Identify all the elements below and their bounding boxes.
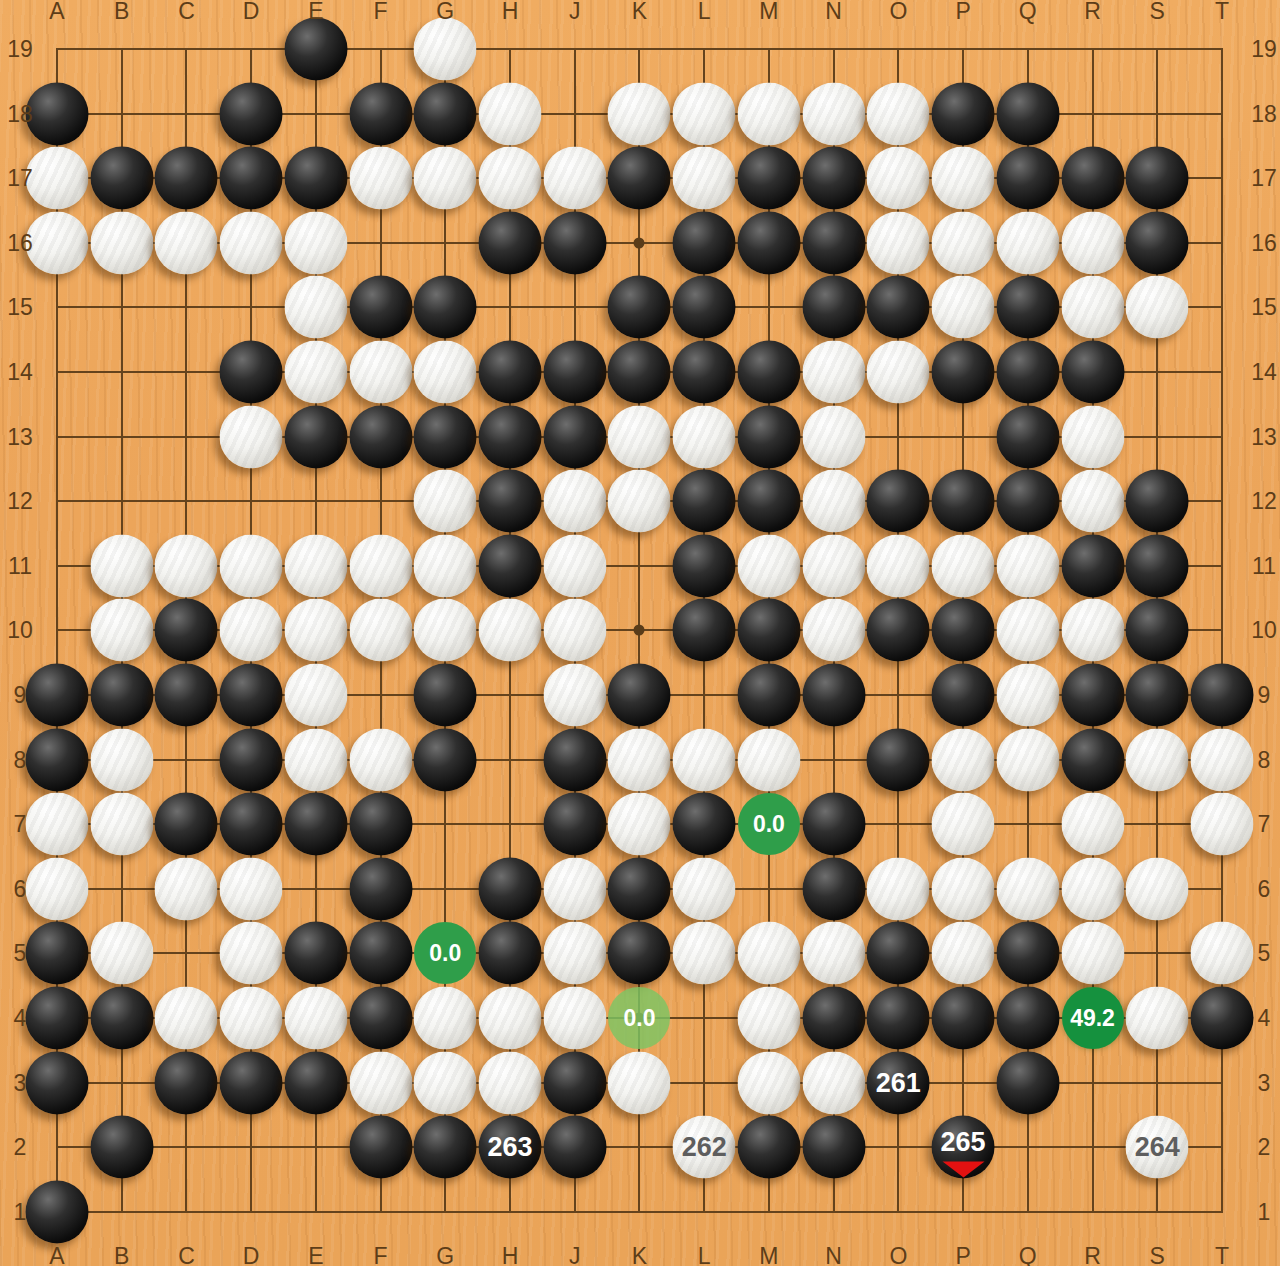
stone-H11 [479,534,542,597]
move-number-262: 262 [682,1134,727,1161]
stone-E13 [284,405,347,468]
right-row-label-5: 5 [1258,940,1271,967]
stone-M11 [737,534,800,597]
right-row-label-13: 13 [1251,423,1277,450]
stone-N11 [802,534,865,597]
stone-T4 [1190,987,1253,1050]
star-point [634,237,645,248]
stone-L5 [673,922,736,985]
stone-Q10 [996,599,1059,662]
top-col-label-C: C [178,0,195,25]
right-row-label-9: 9 [1258,682,1271,709]
stone-E19 [284,18,347,81]
right-row-label-17: 17 [1251,165,1277,192]
stone-R11 [1061,534,1124,597]
stone-L16 [673,211,736,274]
star-point [634,625,645,636]
stone-G4 [414,987,477,1050]
right-row-label-1: 1 [1258,1198,1271,1225]
stone-T7 [1190,793,1253,856]
stone-B4 [90,987,153,1050]
stone-H5 [479,922,542,985]
stone-E7 [284,793,347,856]
stone-E10 [284,599,347,662]
stone-A5 [26,922,89,985]
stone-O5 [867,922,930,985]
stone-E14 [284,341,347,404]
stone-T8 [1190,728,1253,791]
stone-F8 [349,728,412,791]
stone-P17 [932,147,995,210]
stone-F14 [349,341,412,404]
stone-N4 [802,987,865,1050]
stone-O6 [867,857,930,920]
stone-O3: 261 [867,1051,930,1114]
stone-J6 [543,857,606,920]
top-col-label-J: J [569,0,581,25]
stone-R7 [1061,793,1124,856]
stone-K13 [608,405,671,468]
board-grid-line [56,1146,1223,1148]
stone-P9 [932,664,995,727]
move-number-264: 264 [1135,1134,1180,1161]
right-row-label-4: 4 [1258,1005,1271,1032]
stone-A16 [26,211,89,274]
stone-F15 [349,276,412,339]
stone-H4 [479,987,542,1050]
stone-C3 [155,1051,218,1114]
stone-Q15 [996,276,1059,339]
stone-Q9 [996,664,1059,727]
stone-L18 [673,82,736,145]
stone-R15 [1061,276,1124,339]
suggestion-K4[interactable]: 0.0 [608,987,670,1049]
stone-S12 [1126,470,1189,533]
stone-N5 [802,922,865,985]
stone-N3 [802,1051,865,1114]
stone-E9 [284,664,347,727]
stone-L8 [673,728,736,791]
stone-M5 [737,922,800,985]
stone-M2 [737,1116,800,1179]
stone-D8 [220,728,283,791]
stone-M4 [737,987,800,1050]
go-board[interactable]: 26126326226526449.20.00.00.0AABBCCDDEEFF… [0,0,1280,1266]
stone-C9 [155,664,218,727]
stone-Q14 [996,341,1059,404]
last-move-triangle-icon [942,1162,984,1178]
stone-Q11 [996,534,1059,597]
stone-R13 [1061,405,1124,468]
left-row-label-19: 19 [7,36,33,63]
right-row-label-7: 7 [1258,811,1271,838]
stone-Q13 [996,405,1059,468]
stone-J3 [543,1051,606,1114]
stone-B2 [90,1116,153,1179]
stone-S6 [1126,857,1189,920]
stone-J2 [543,1116,606,1179]
stone-L7 [673,793,736,856]
stone-G8 [414,728,477,791]
suggestion-G5[interactable]: 0.0 [414,922,476,984]
stone-Q5 [996,922,1059,985]
stone-F11 [349,534,412,597]
stone-K18 [608,82,671,145]
suggestion-score: 49.2 [1070,1005,1115,1032]
stone-D17 [220,147,283,210]
stone-S2: 264 [1126,1116,1189,1179]
right-row-label-6: 6 [1258,875,1271,902]
stone-K14 [608,341,671,404]
left-row-label-12: 12 [7,488,33,515]
stone-K5 [608,922,671,985]
stone-O11 [867,534,930,597]
stone-J14 [543,341,606,404]
stone-A6 [26,857,89,920]
stone-Q16 [996,211,1059,274]
stone-F10 [349,599,412,662]
top-col-label-B: B [114,0,129,25]
bottom-col-label-P: P [955,1243,970,1266]
top-col-label-G: G [436,0,454,25]
right-row-label-8: 8 [1258,746,1271,773]
stone-L14 [673,341,736,404]
stone-P12 [932,470,995,533]
stone-L13 [673,405,736,468]
stone-F6 [349,857,412,920]
stone-E8 [284,728,347,791]
stone-Q17 [996,147,1059,210]
stone-M16 [737,211,800,274]
stone-E3 [284,1051,347,1114]
stone-N17 [802,147,865,210]
top-col-label-O: O [889,0,907,25]
stone-H10 [479,599,542,662]
move-number-261: 261 [876,1069,921,1096]
stone-N10 [802,599,865,662]
stone-H18 [479,82,542,145]
left-row-label-11: 11 [8,552,32,579]
stone-G19 [414,18,477,81]
suggestion-score: 0.0 [753,811,785,838]
stone-D13 [220,405,283,468]
stone-F7 [349,793,412,856]
stone-D5 [220,922,283,985]
top-col-label-H: H [502,0,519,25]
stone-T9 [1190,664,1253,727]
stone-K7 [608,793,671,856]
stone-F4 [349,987,412,1050]
left-row-label-13: 13 [7,423,33,450]
stone-G10 [414,599,477,662]
stone-A9 [26,664,89,727]
stone-G14 [414,341,477,404]
left-row-label-6: 6 [14,875,27,902]
bottom-col-label-E: E [308,1243,323,1266]
stone-J17 [543,147,606,210]
stone-S17 [1126,147,1189,210]
stone-P16 [932,211,995,274]
stone-H3 [479,1051,542,1114]
stone-S9 [1126,664,1189,727]
stone-O8 [867,728,930,791]
left-row-label-8: 8 [14,746,27,773]
stone-O12 [867,470,930,533]
stone-M18 [737,82,800,145]
stone-K12 [608,470,671,533]
stone-O4 [867,987,930,1050]
stone-L17 [673,147,736,210]
stone-Q8 [996,728,1059,791]
stone-N2 [802,1116,865,1179]
right-row-label-10: 10 [1251,617,1277,644]
top-col-label-E: E [308,0,323,25]
stone-C16 [155,211,218,274]
left-row-label-7: 7 [14,811,27,838]
stone-N18 [802,82,865,145]
bottom-col-label-L: L [698,1243,711,1266]
stone-M14 [737,341,800,404]
stone-Q18 [996,82,1059,145]
stone-C6 [155,857,218,920]
stone-H2: 263 [479,1116,542,1179]
stone-A17 [26,147,89,210]
stone-H6 [479,857,542,920]
right-row-label-11: 11 [1252,552,1276,579]
stone-J16 [543,211,606,274]
bottom-col-label-H: H [502,1243,519,1266]
bottom-col-label-J: J [569,1243,581,1266]
stone-M10 [737,599,800,662]
stone-F3 [349,1051,412,1114]
left-row-label-2: 2 [14,1134,27,1161]
stone-Q3 [996,1051,1059,1114]
stone-P14 [932,341,995,404]
stone-P6 [932,857,995,920]
stone-G12 [414,470,477,533]
stone-B11 [90,534,153,597]
top-col-label-M: M [759,0,778,25]
stone-J10 [543,599,606,662]
bottom-col-label-N: N [825,1243,842,1266]
board-grid-line [56,1211,1223,1213]
stone-C10 [155,599,218,662]
stone-L12 [673,470,736,533]
stone-M17 [737,147,800,210]
left-row-label-18: 18 [7,100,33,127]
stone-G18 [414,82,477,145]
stone-G13 [414,405,477,468]
stone-Q4 [996,987,1059,1050]
stone-R17 [1061,147,1124,210]
stone-S4 [1126,987,1189,1050]
top-col-label-Q: Q [1019,0,1037,25]
stone-D11 [220,534,283,597]
stone-D14 [220,341,283,404]
suggestion-score: 0.0 [429,940,461,967]
stone-O14 [867,341,930,404]
stone-B10 [90,599,153,662]
stone-M12 [737,470,800,533]
stone-O17 [867,147,930,210]
stone-N14 [802,341,865,404]
stone-R10 [1061,599,1124,662]
bottom-col-label-M: M [759,1243,778,1266]
stone-R16 [1061,211,1124,274]
stone-H12 [479,470,542,533]
left-row-label-17: 17 [7,165,33,192]
right-row-label-2: 2 [1258,1134,1271,1161]
left-row-label-15: 15 [7,294,33,321]
stone-C11 [155,534,218,597]
top-col-label-L: L [698,0,711,25]
right-row-label-19: 19 [1251,36,1277,63]
stone-T5 [1190,922,1253,985]
bottom-col-label-F: F [374,1243,388,1266]
stone-E16 [284,211,347,274]
move-number-265: 265 [941,1129,986,1156]
stone-K3 [608,1051,671,1114]
suggestion-R4[interactable]: 49.2 [1062,987,1124,1049]
stone-P18 [932,82,995,145]
stone-M9 [737,664,800,727]
stone-H17 [479,147,542,210]
right-row-label-14: 14 [1251,359,1277,386]
stone-N6 [802,857,865,920]
bottom-col-label-K: K [632,1243,647,1266]
stone-D3 [220,1051,283,1114]
stone-Q6 [996,857,1059,920]
stone-F13 [349,405,412,468]
left-row-label-3: 3 [14,1069,27,1096]
right-row-label-16: 16 [1251,229,1277,256]
stone-K9 [608,664,671,727]
top-col-label-R: R [1084,0,1101,25]
stone-B9 [90,664,153,727]
move-number-263: 263 [488,1134,533,1161]
stone-N15 [802,276,865,339]
stone-P11 [932,534,995,597]
bottom-col-label-D: D [243,1243,260,1266]
stone-F17 [349,147,412,210]
stone-P8 [932,728,995,791]
stone-S10 [1126,599,1189,662]
stone-G17 [414,147,477,210]
stone-A18 [26,82,89,145]
stone-G11 [414,534,477,597]
suggestion-M7[interactable]: 0.0 [738,793,800,855]
stone-P2: 265 [932,1116,995,1179]
stone-Q12 [996,470,1059,533]
stone-B5 [90,922,153,985]
stone-A3 [26,1051,89,1114]
stone-R12 [1061,470,1124,533]
left-row-label-1: 1 [14,1198,27,1225]
stone-N7 [802,793,865,856]
stone-C7 [155,793,218,856]
stone-D7 [220,793,283,856]
stone-A1 [26,1180,89,1243]
stone-B16 [90,211,153,274]
stone-E4 [284,987,347,1050]
right-row-label-15: 15 [1251,294,1277,321]
stone-J5 [543,922,606,985]
stone-J13 [543,405,606,468]
stone-M3 [737,1051,800,1114]
stone-E17 [284,147,347,210]
top-col-label-A: A [49,0,64,25]
stone-R14 [1061,341,1124,404]
stone-O18 [867,82,930,145]
stone-E15 [284,276,347,339]
stone-R8 [1061,728,1124,791]
right-row-label-3: 3 [1258,1069,1271,1096]
stone-D4 [220,987,283,1050]
stone-O16 [867,211,930,274]
left-row-label-14: 14 [7,359,33,386]
left-row-label-4: 4 [14,1005,27,1032]
stone-P4 [932,987,995,1050]
stone-S15 [1126,276,1189,339]
bottom-col-label-B: B [114,1243,129,1266]
stone-S16 [1126,211,1189,274]
stone-N12 [802,470,865,533]
stone-J11 [543,534,606,597]
top-col-label-F: F [374,0,388,25]
stone-S8 [1126,728,1189,791]
stone-E11 [284,534,347,597]
stone-D6 [220,857,283,920]
stone-G9 [414,664,477,727]
stone-F2 [349,1116,412,1179]
stone-S11 [1126,534,1189,597]
stone-L10 [673,599,736,662]
stone-K8 [608,728,671,791]
stone-B7 [90,793,153,856]
stone-L2: 262 [673,1116,736,1179]
left-row-label-5: 5 [14,940,27,967]
stone-A7 [26,793,89,856]
stone-J8 [543,728,606,791]
stone-M8 [737,728,800,791]
stone-R5 [1061,922,1124,985]
stone-O15 [867,276,930,339]
stone-J9 [543,664,606,727]
stone-F18 [349,82,412,145]
left-row-label-9: 9 [14,682,27,709]
right-row-label-18: 18 [1251,100,1277,127]
stone-R6 [1061,857,1124,920]
stone-A4 [26,987,89,1050]
top-col-label-P: P [955,0,970,25]
stone-J4 [543,987,606,1050]
stone-B17 [90,147,153,210]
stone-N16 [802,211,865,274]
stone-N13 [802,405,865,468]
stone-J12 [543,470,606,533]
stone-H16 [479,211,542,274]
stone-K6 [608,857,671,920]
stone-P15 [932,276,995,339]
right-row-label-12: 12 [1251,488,1277,515]
top-col-label-S: S [1150,0,1165,25]
stone-H14 [479,341,542,404]
stone-P10 [932,599,995,662]
top-col-label-D: D [243,0,260,25]
stone-H13 [479,405,542,468]
stone-R9 [1061,664,1124,727]
bottom-col-label-A: A [49,1243,64,1266]
